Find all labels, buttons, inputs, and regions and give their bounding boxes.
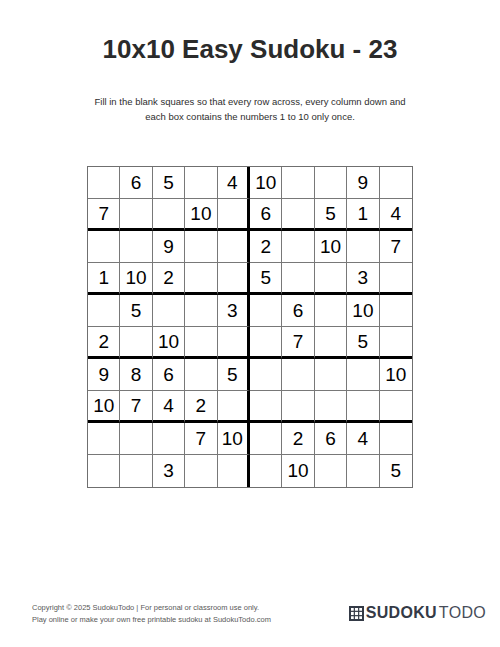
sudoku-cell-r6c4: [185, 327, 217, 359]
sudoku-cell-r1c9: 9: [347, 167, 379, 199]
sudoku-cell-r6c2: [120, 327, 152, 359]
sudoku-cell-r9c4: 7: [185, 423, 217, 455]
sudoku-cell-r2c5: [218, 199, 250, 231]
sudoku-cell-r3c2: [120, 231, 152, 263]
copyright-line-1: Copyright © 2025 SudokuTodo | For person…: [32, 602, 271, 614]
sudoku-cell-r2c7: [282, 199, 314, 231]
sudoku-cell-r4c9: 3: [347, 263, 379, 295]
sudoku-cell-r9c1: [88, 423, 120, 455]
sudoku-cell-r1c2: 6: [120, 167, 152, 199]
sudoku-cell-r1c1: [88, 167, 120, 199]
sudoku-cell-r4c8: [315, 263, 347, 295]
sudoku-cell-r10c1: [88, 455, 120, 487]
sudoku-grid: 6541097106514921071102535361021075986510…: [87, 166, 413, 488]
sudoku-cell-r5c4: [185, 295, 217, 327]
sudoku-cell-r7c3: 6: [153, 359, 185, 391]
sudoku-cell-r6c9: 5: [347, 327, 379, 359]
instructions-line-1: Fill in the blank squares so that every …: [0, 94, 500, 109]
sudoku-cell-r5c3: [153, 295, 185, 327]
sudoku-cell-r7c4: [185, 359, 217, 391]
sudoku-cell-r8c5: [218, 391, 250, 423]
sudoku-cell-r3c3: 9: [153, 231, 185, 263]
printable-sudoku-page: 10x10 Easy Sudoku - 23 Fill in the blank…: [0, 0, 500, 647]
sudoku-cell-r3c5: [218, 231, 250, 263]
sudoku-cell-r1c3: 5: [153, 167, 185, 199]
sudoku-cell-r6c5: [218, 327, 250, 359]
sudoku-cell-r8c10: [380, 391, 412, 423]
sudoku-cell-r8c1: 10: [88, 391, 120, 423]
sudoku-cell-r2c9: 1: [347, 199, 379, 231]
sudoku-cell-r6c3: 10: [153, 327, 185, 359]
logo-text-sudoku: SUDOKU: [366, 604, 437, 622]
sudoku-cell-r10c7: 10: [282, 455, 314, 487]
sudoku-cell-r3c4: [185, 231, 217, 263]
sudoku-cell-r3c7: [282, 231, 314, 263]
sudoku-cell-r9c9: 4: [347, 423, 379, 455]
sudoku-cell-r2c10: 4: [380, 199, 412, 231]
sudoku-cell-r9c7: 2: [282, 423, 314, 455]
sudoku-cell-r8c4: 2: [185, 391, 217, 423]
sudoku-grid-icon: [349, 606, 364, 621]
page-title: 10x10 Easy Sudoku - 23: [0, 34, 500, 65]
sudoku-cell-r3c8: 10: [315, 231, 347, 263]
sudoku-cell-r6c8: [315, 327, 347, 359]
sudoku-cell-r8c8: [315, 391, 347, 423]
sudoku-cell-r7c9: [347, 359, 379, 391]
sudoku-cell-r7c5: 5: [218, 359, 250, 391]
sudoku-cell-r6c10: [380, 327, 412, 359]
sudoku-cell-r7c7: [282, 359, 314, 391]
sudoku-cell-r2c4: 10: [185, 199, 217, 231]
sudokutodo-logo: SUDOKUTODO: [349, 604, 486, 622]
sudoku-cell-r8c7: [282, 391, 314, 423]
sudoku-cell-r2c2: [120, 199, 152, 231]
sudoku-cell-r4c6: 5: [250, 263, 282, 295]
sudoku-cell-r5c9: 10: [347, 295, 379, 327]
sudoku-cell-r3c9: [347, 231, 379, 263]
sudoku-cell-r4c1: 1: [88, 263, 120, 295]
sudoku-cell-r9c6: [250, 423, 282, 455]
sudoku-cell-r4c4: [185, 263, 217, 295]
sudoku-cell-r8c3: 4: [153, 391, 185, 423]
sudoku-cell-r10c5: [218, 455, 250, 487]
sudoku-cell-r10c10: 5: [380, 455, 412, 487]
sudoku-cell-r5c7: 6: [282, 295, 314, 327]
sudoku-cell-r8c2: 7: [120, 391, 152, 423]
sudoku-cell-r3c10: 7: [380, 231, 412, 263]
sudoku-cell-r7c10: 10: [380, 359, 412, 391]
sudoku-cell-r4c2: 10: [120, 263, 152, 295]
sudoku-cell-r1c7: [282, 167, 314, 199]
sudoku-cell-r10c2: [120, 455, 152, 487]
sudoku-cell-r7c8: [315, 359, 347, 391]
sudoku-cell-r1c10: [380, 167, 412, 199]
sudoku-cell-r4c5: [218, 263, 250, 295]
sudoku-cell-r5c2: 5: [120, 295, 152, 327]
sudoku-cell-r5c1: [88, 295, 120, 327]
sudoku-cell-r4c3: 2: [153, 263, 185, 295]
sudoku-cell-r10c8: [315, 455, 347, 487]
sudoku-cell-r9c3: [153, 423, 185, 455]
sudoku-cell-r2c6: 6: [250, 199, 282, 231]
sudoku-cell-r7c1: 9: [88, 359, 120, 391]
sudoku-cell-r4c7: [282, 263, 314, 295]
sudoku-cell-r8c6: [250, 391, 282, 423]
sudoku-cell-r5c6: [250, 295, 282, 327]
sudoku-cell-r8c9: [347, 391, 379, 423]
sudoku-cell-r5c5: 3: [218, 295, 250, 327]
sudoku-cell-r6c6: [250, 327, 282, 359]
sudoku-cell-r1c8: [315, 167, 347, 199]
sudoku-cell-r10c3: 3: [153, 455, 185, 487]
sudoku-cell-r1c5: 4: [218, 167, 250, 199]
sudoku-cell-r9c8: 6: [315, 423, 347, 455]
sudoku-cell-r10c4: [185, 455, 217, 487]
sudoku-cell-r5c8: [315, 295, 347, 327]
sudoku-cell-r10c6: [250, 455, 282, 487]
sudoku-cell-r3c6: 2: [250, 231, 282, 263]
sudoku-cell-r6c1: 2: [88, 327, 120, 359]
sudoku-cell-r4c10: [380, 263, 412, 295]
copyright-line-2: Play online or make your own free printa…: [32, 614, 271, 626]
instructions: Fill in the blank squares so that every …: [0, 94, 500, 124]
sudoku-cell-r5c10: [380, 295, 412, 327]
sudoku-cell-r1c4: [185, 167, 217, 199]
sudoku-cell-r10c9: [347, 455, 379, 487]
sudoku-cell-r7c6: [250, 359, 282, 391]
sudoku-cell-r7c2: 8: [120, 359, 152, 391]
copyright-text: Copyright © 2025 SudokuTodo | For person…: [32, 602, 271, 625]
sudoku-cell-r2c1: 7: [88, 199, 120, 231]
sudoku-cell-r2c8: 5: [315, 199, 347, 231]
sudoku-cell-r9c5: 10: [218, 423, 250, 455]
sudoku-cell-r2c3: [153, 199, 185, 231]
logo-text-todo: TODO: [439, 604, 486, 622]
sudoku-cell-r3c1: [88, 231, 120, 263]
instructions-line-2: each box contains the numbers 1 to 10 on…: [0, 109, 500, 124]
sudoku-cell-r6c7: 7: [282, 327, 314, 359]
sudoku-cell-r9c10: [380, 423, 412, 455]
sudoku-cell-r9c2: [120, 423, 152, 455]
sudoku-cell-r1c6: 10: [250, 167, 282, 199]
